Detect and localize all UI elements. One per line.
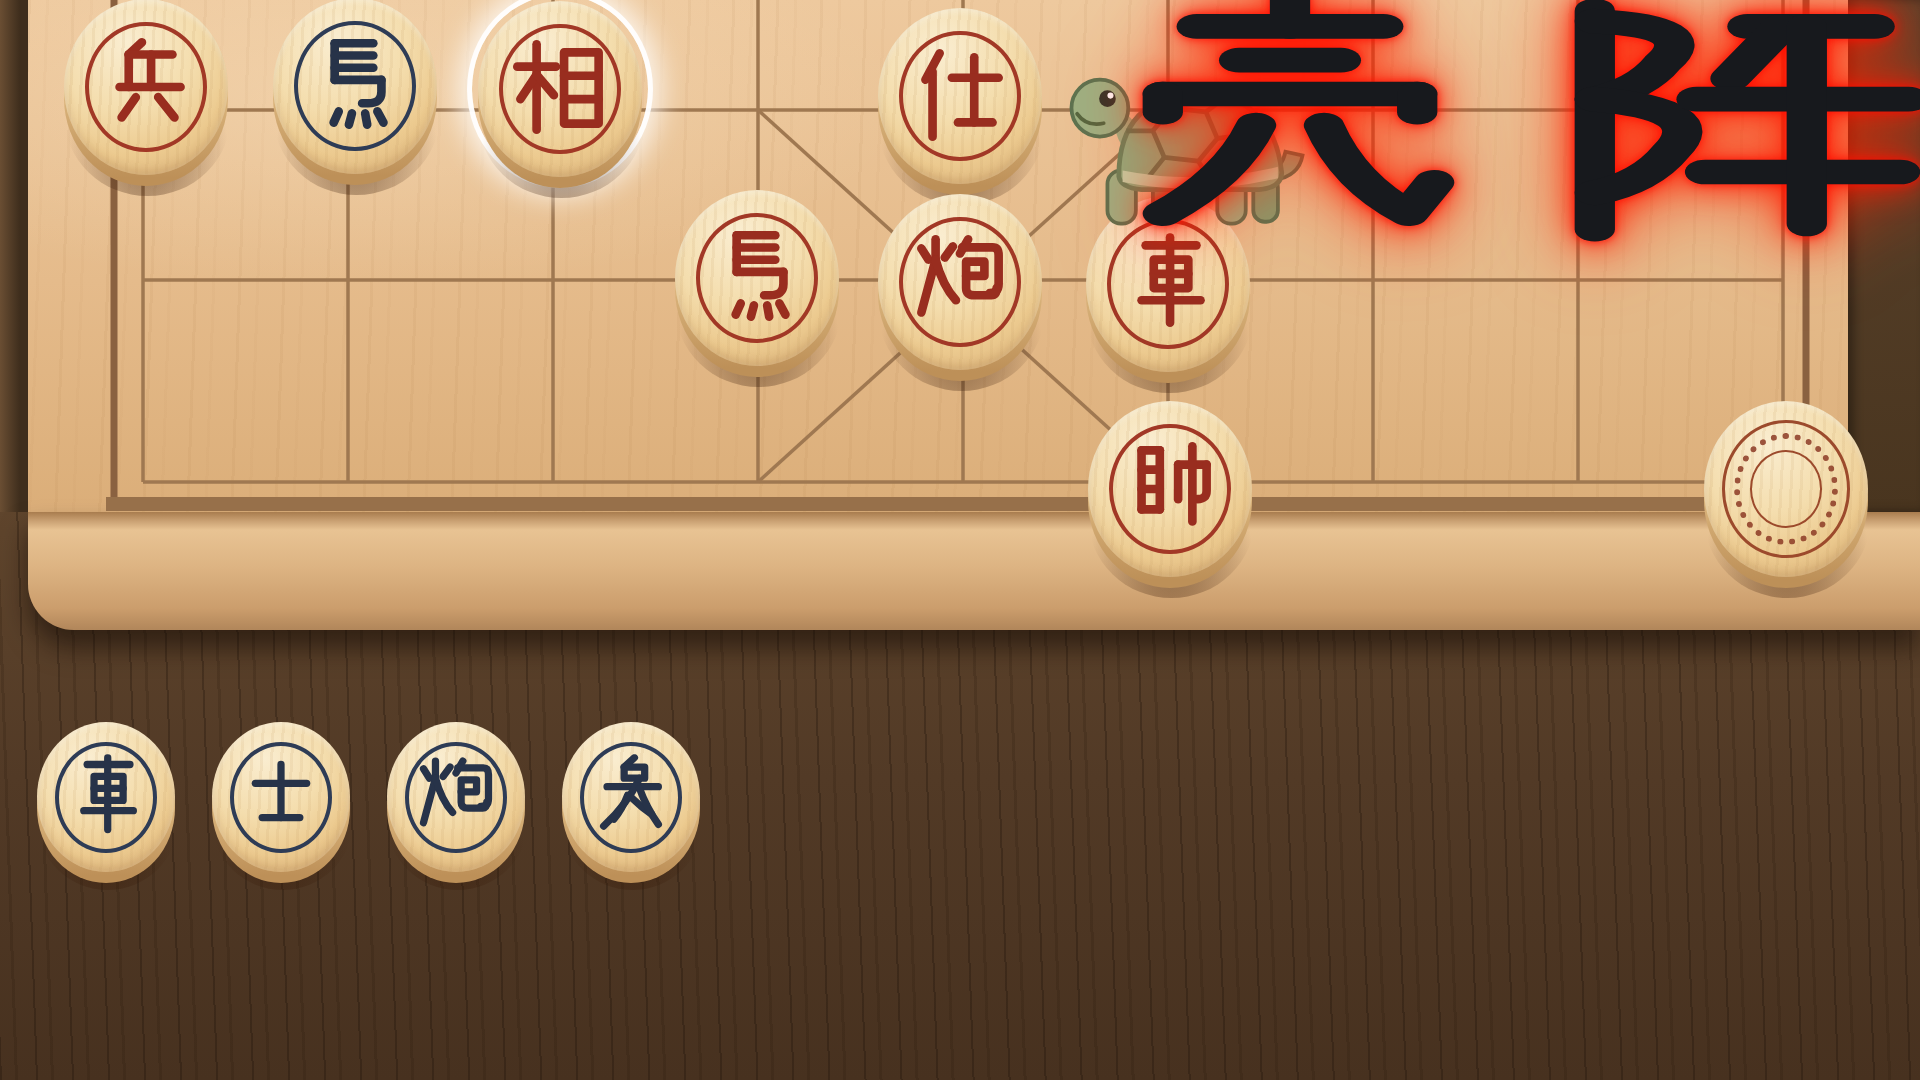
face-down-pattern [1750, 450, 1822, 527]
piece-character-相 [509, 38, 611, 140]
game-stage [0, 0, 1920, 1080]
title-character-壳 [1078, 0, 1502, 254]
piece-character-象 [588, 754, 674, 840]
board-piece-black-horse[interactable] [273, 0, 437, 174]
tray-piece-captured-象 [562, 722, 700, 872]
tray-piece-captured-炮 [387, 722, 525, 872]
board-piece-red-elephant[interactable] [478, 1, 642, 177]
title-character-阵 [1510, 0, 1920, 254]
board-piece-red-soldier[interactable] [64, 0, 228, 175]
piece-character-車 [63, 754, 149, 840]
tray-piece-captured-士 [212, 722, 350, 872]
board-piece-red-advisor[interactable] [878, 8, 1042, 184]
piece-character-馬 [304, 35, 406, 137]
piece-character-炮 [413, 754, 499, 840]
board-piece-hidden-piece[interactable] [1704, 401, 1868, 577]
piece-character-馬 [706, 227, 808, 329]
piece-character-炮 [909, 231, 1011, 333]
piece-character-仕 [909, 45, 1011, 147]
piece-character-帥 [1119, 438, 1221, 540]
tray-piece-captured-車 [37, 722, 175, 872]
board-piece-red-general[interactable] [1088, 401, 1252, 577]
piece-character-士 [238, 754, 324, 840]
piece-character-兵 [95, 36, 197, 138]
board-piece-red-horse[interactable] [675, 190, 839, 366]
board-piece-red-cannon[interactable] [878, 194, 1042, 370]
